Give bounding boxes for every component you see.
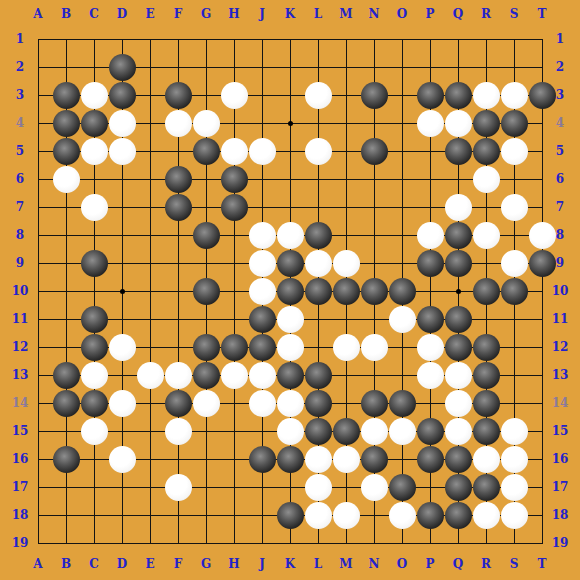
board-point-J18[interactable]: [248, 501, 276, 529]
board-point-D10[interactable]: [108, 277, 136, 305]
board-point-R10[interactable]: [472, 277, 500, 305]
board-point-G10[interactable]: [192, 277, 220, 305]
board-point-F8[interactable]: [164, 221, 192, 249]
board-point-N14[interactable]: [360, 389, 388, 417]
board-point-H1[interactable]: [220, 25, 248, 53]
board-point-E17[interactable]: [136, 473, 164, 501]
board-point-B7[interactable]: [52, 193, 80, 221]
board-point-C2[interactable]: [80, 53, 108, 81]
board-point-M11[interactable]: [332, 305, 360, 333]
board-point-G15[interactable]: [192, 417, 220, 445]
board-point-J10[interactable]: [248, 277, 276, 305]
board-point-B8[interactable]: [52, 221, 80, 249]
board-point-L4[interactable]: [304, 109, 332, 137]
board-point-M6[interactable]: [332, 165, 360, 193]
board-point-L12[interactable]: [304, 333, 332, 361]
board-point-J4[interactable]: [248, 109, 276, 137]
board-point-K18[interactable]: [276, 501, 304, 529]
board-point-L6[interactable]: [304, 165, 332, 193]
board-point-E3[interactable]: [136, 81, 164, 109]
board-point-M17[interactable]: [332, 473, 360, 501]
board-point-B9[interactable]: [52, 249, 80, 277]
board-point-B4[interactable]: [52, 109, 80, 137]
board-point-K13[interactable]: [276, 361, 304, 389]
board-point-B3[interactable]: [52, 81, 80, 109]
board-point-G1[interactable]: [192, 25, 220, 53]
board-point-O11[interactable]: [388, 305, 416, 333]
board-point-L3[interactable]: [304, 81, 332, 109]
board-point-Q13[interactable]: [444, 361, 472, 389]
board-point-P6[interactable]: [416, 165, 444, 193]
board-point-N13[interactable]: [360, 361, 388, 389]
board-point-K15[interactable]: [276, 417, 304, 445]
board-point-F12[interactable]: [164, 333, 192, 361]
board-point-P7[interactable]: [416, 193, 444, 221]
board-point-J11[interactable]: [248, 305, 276, 333]
board-point-B5[interactable]: [52, 137, 80, 165]
board-point-B2[interactable]: [52, 53, 80, 81]
board-point-C7[interactable]: [80, 193, 108, 221]
board-point-N8[interactable]: [360, 221, 388, 249]
board-point-K6[interactable]: [276, 165, 304, 193]
board-point-K3[interactable]: [276, 81, 304, 109]
board-point-G5[interactable]: [192, 137, 220, 165]
board-point-D3[interactable]: [108, 81, 136, 109]
board-point-M5[interactable]: [332, 137, 360, 165]
board-point-G13[interactable]: [192, 361, 220, 389]
board-point-O18[interactable]: [388, 501, 416, 529]
board-point-C11[interactable]: [80, 305, 108, 333]
board-point-N10[interactable]: [360, 277, 388, 305]
board-point-S10[interactable]: [500, 277, 528, 305]
board-point-N5[interactable]: [360, 137, 388, 165]
board-point-C6[interactable]: [80, 165, 108, 193]
board-point-H9[interactable]: [220, 249, 248, 277]
board-point-R18[interactable]: [472, 501, 500, 529]
board-point-Q1[interactable]: [444, 25, 472, 53]
board-point-R16[interactable]: [472, 445, 500, 473]
board-point-J13[interactable]: [248, 361, 276, 389]
board-point-H14[interactable]: [220, 389, 248, 417]
board-point-N17[interactable]: [360, 473, 388, 501]
board-point-P12[interactable]: [416, 333, 444, 361]
board-point-R1[interactable]: [472, 25, 500, 53]
board-point-Q9[interactable]: [444, 249, 472, 277]
board-point-F10[interactable]: [164, 277, 192, 305]
board-point-C16[interactable]: [80, 445, 108, 473]
board-point-C5[interactable]: [80, 137, 108, 165]
board-point-J8[interactable]: [248, 221, 276, 249]
board-point-D4[interactable]: [108, 109, 136, 137]
board-point-N9[interactable]: [360, 249, 388, 277]
board-point-S2[interactable]: [500, 53, 528, 81]
board-point-K16[interactable]: [276, 445, 304, 473]
board-point-K8[interactable]: [276, 221, 304, 249]
board-point-H7[interactable]: [220, 193, 248, 221]
board-point-E14[interactable]: [136, 389, 164, 417]
board-point-F6[interactable]: [164, 165, 192, 193]
board-point-J7[interactable]: [248, 193, 276, 221]
board-point-D9[interactable]: [108, 249, 136, 277]
board-point-S5[interactable]: [500, 137, 528, 165]
board-point-S3[interactable]: [500, 81, 528, 109]
board-point-E5[interactable]: [136, 137, 164, 165]
board-point-D6[interactable]: [108, 165, 136, 193]
board-point-D17[interactable]: [108, 473, 136, 501]
board-point-Q11[interactable]: [444, 305, 472, 333]
board-point-Q6[interactable]: [444, 165, 472, 193]
board-point-R8[interactable]: [472, 221, 500, 249]
board-point-N15[interactable]: [360, 417, 388, 445]
board-point-M2[interactable]: [332, 53, 360, 81]
board-point-G4[interactable]: [192, 109, 220, 137]
board-point-B16[interactable]: [52, 445, 80, 473]
board-point-B12[interactable]: [52, 333, 80, 361]
board-point-G8[interactable]: [192, 221, 220, 249]
board-point-L2[interactable]: [304, 53, 332, 81]
board-point-N1[interactable]: [360, 25, 388, 53]
board-point-H11[interactable]: [220, 305, 248, 333]
board-point-J17[interactable]: [248, 473, 276, 501]
board-point-E16[interactable]: [136, 445, 164, 473]
board-point-B10[interactable]: [52, 277, 80, 305]
board-point-H10[interactable]: [220, 277, 248, 305]
board-point-L14[interactable]: [304, 389, 332, 417]
board-point-E6[interactable]: [136, 165, 164, 193]
board-point-Q3[interactable]: [444, 81, 472, 109]
board-point-D7[interactable]: [108, 193, 136, 221]
board-point-P2[interactable]: [416, 53, 444, 81]
board-point-D18[interactable]: [108, 501, 136, 529]
board-point-F16[interactable]: [164, 445, 192, 473]
board-point-B18[interactable]: [52, 501, 80, 529]
board-point-R3[interactable]: [472, 81, 500, 109]
board-point-M14[interactable]: [332, 389, 360, 417]
board-point-F1[interactable]: [164, 25, 192, 53]
board-point-G17[interactable]: [192, 473, 220, 501]
board-point-H6[interactable]: [220, 165, 248, 193]
board-point-Q2[interactable]: [444, 53, 472, 81]
board-point-G14[interactable]: [192, 389, 220, 417]
board-point-K2[interactable]: [276, 53, 304, 81]
board-point-H15[interactable]: [220, 417, 248, 445]
board-point-P3[interactable]: [416, 81, 444, 109]
board-point-C9[interactable]: [80, 249, 108, 277]
board-point-K14[interactable]: [276, 389, 304, 417]
board-point-C12[interactable]: [80, 333, 108, 361]
board-point-F3[interactable]: [164, 81, 192, 109]
board-point-B6[interactable]: [52, 165, 80, 193]
board-point-M1[interactable]: [332, 25, 360, 53]
board-point-F13[interactable]: [164, 361, 192, 389]
board-point-L8[interactable]: [304, 221, 332, 249]
board-point-P17[interactable]: [416, 473, 444, 501]
board-point-O9[interactable]: [388, 249, 416, 277]
board-point-O8[interactable]: [388, 221, 416, 249]
board-point-H2[interactable]: [220, 53, 248, 81]
board-point-E1[interactable]: [136, 25, 164, 53]
board-point-N6[interactable]: [360, 165, 388, 193]
board-point-O3[interactable]: [388, 81, 416, 109]
board-point-N12[interactable]: [360, 333, 388, 361]
board-point-C13[interactable]: [80, 361, 108, 389]
board-point-J15[interactable]: [248, 417, 276, 445]
board-point-R15[interactable]: [472, 417, 500, 445]
board-point-J1[interactable]: [248, 25, 276, 53]
board-point-O4[interactable]: [388, 109, 416, 137]
board-point-K9[interactable]: [276, 249, 304, 277]
board-point-Q18[interactable]: [444, 501, 472, 529]
board-point-L11[interactable]: [304, 305, 332, 333]
board-point-C3[interactable]: [80, 81, 108, 109]
board-point-M8[interactable]: [332, 221, 360, 249]
board-point-D15[interactable]: [108, 417, 136, 445]
board-point-K17[interactable]: [276, 473, 304, 501]
board-point-D12[interactable]: [108, 333, 136, 361]
board-point-Q16[interactable]: [444, 445, 472, 473]
board-point-C18[interactable]: [80, 501, 108, 529]
board-point-C8[interactable]: [80, 221, 108, 249]
board-point-D13[interactable]: [108, 361, 136, 389]
board-point-O6[interactable]: [388, 165, 416, 193]
board-point-S4[interactable]: [500, 109, 528, 137]
board-point-H18[interactable]: [220, 501, 248, 529]
board-point-B15[interactable]: [52, 417, 80, 445]
board-point-M15[interactable]: [332, 417, 360, 445]
board-point-L16[interactable]: [304, 445, 332, 473]
board-point-G18[interactable]: [192, 501, 220, 529]
board-point-S17[interactable]: [500, 473, 528, 501]
board-point-Q15[interactable]: [444, 417, 472, 445]
board-point-M12[interactable]: [332, 333, 360, 361]
board-point-B1[interactable]: [52, 25, 80, 53]
board-point-L15[interactable]: [304, 417, 332, 445]
board-point-M18[interactable]: [332, 501, 360, 529]
board-point-K1[interactable]: [276, 25, 304, 53]
board-point-Q4[interactable]: [444, 109, 472, 137]
board-point-S14[interactable]: [500, 389, 528, 417]
board-point-L1[interactable]: [304, 25, 332, 53]
board-point-R6[interactable]: [472, 165, 500, 193]
board-point-E13[interactable]: [136, 361, 164, 389]
board-point-O14[interactable]: [388, 389, 416, 417]
board-point-D2[interactable]: [108, 53, 136, 81]
board-point-K11[interactable]: [276, 305, 304, 333]
board-point-F5[interactable]: [164, 137, 192, 165]
board-point-M4[interactable]: [332, 109, 360, 137]
board-point-S1[interactable]: [500, 25, 528, 53]
board-point-E9[interactable]: [136, 249, 164, 277]
board-point-L10[interactable]: [304, 277, 332, 305]
board-point-O2[interactable]: [388, 53, 416, 81]
board-point-G6[interactable]: [192, 165, 220, 193]
board-point-C17[interactable]: [80, 473, 108, 501]
board-point-K12[interactable]: [276, 333, 304, 361]
board-point-P5[interactable]: [416, 137, 444, 165]
board-point-E10[interactable]: [136, 277, 164, 305]
board-point-J9[interactable]: [248, 249, 276, 277]
board-point-H5[interactable]: [220, 137, 248, 165]
board-point-S8[interactable]: [500, 221, 528, 249]
board-point-F9[interactable]: [164, 249, 192, 277]
board-point-S9[interactable]: [500, 249, 528, 277]
board-point-R11[interactable]: [472, 305, 500, 333]
board-point-J16[interactable]: [248, 445, 276, 473]
board-point-F18[interactable]: [164, 501, 192, 529]
board-point-L18[interactable]: [304, 501, 332, 529]
board-point-O5[interactable]: [388, 137, 416, 165]
board-point-R13[interactable]: [472, 361, 500, 389]
board-point-Q17[interactable]: [444, 473, 472, 501]
board-point-M16[interactable]: [332, 445, 360, 473]
board-point-G11[interactable]: [192, 305, 220, 333]
board-point-R17[interactable]: [472, 473, 500, 501]
board-point-G7[interactable]: [192, 193, 220, 221]
board-point-O10[interactable]: [388, 277, 416, 305]
board-point-R4[interactable]: [472, 109, 500, 137]
board-point-J2[interactable]: [248, 53, 276, 81]
board-point-F14[interactable]: [164, 389, 192, 417]
board-point-L13[interactable]: [304, 361, 332, 389]
board-point-E11[interactable]: [136, 305, 164, 333]
board-point-C4[interactable]: [80, 109, 108, 137]
board-point-D14[interactable]: [108, 389, 136, 417]
board-point-G16[interactable]: [192, 445, 220, 473]
board-point-D1[interactable]: [108, 25, 136, 53]
board-point-R5[interactable]: [472, 137, 500, 165]
board-point-O17[interactable]: [388, 473, 416, 501]
board-point-O1[interactable]: [388, 25, 416, 53]
board-point-Q12[interactable]: [444, 333, 472, 361]
board-point-R9[interactable]: [472, 249, 500, 277]
board-point-O13[interactable]: [388, 361, 416, 389]
board-point-N7[interactable]: [360, 193, 388, 221]
board-point-L7[interactable]: [304, 193, 332, 221]
board-point-H4[interactable]: [220, 109, 248, 137]
board-point-D8[interactable]: [108, 221, 136, 249]
board-point-G3[interactable]: [192, 81, 220, 109]
board-point-O7[interactable]: [388, 193, 416, 221]
board-point-K10[interactable]: [276, 277, 304, 305]
board-point-G12[interactable]: [192, 333, 220, 361]
board-point-L9[interactable]: [304, 249, 332, 277]
board-point-M3[interactable]: [332, 81, 360, 109]
board-point-P8[interactable]: [416, 221, 444, 249]
board-point-K4[interactable]: [276, 109, 304, 137]
board-point-E18[interactable]: [136, 501, 164, 529]
board-point-N18[interactable]: [360, 501, 388, 529]
board-point-S16[interactable]: [500, 445, 528, 473]
board-point-F4[interactable]: [164, 109, 192, 137]
board-point-M10[interactable]: [332, 277, 360, 305]
board-point-F2[interactable]: [164, 53, 192, 81]
board-point-P15[interactable]: [416, 417, 444, 445]
board-point-P9[interactable]: [416, 249, 444, 277]
board-point-D5[interactable]: [108, 137, 136, 165]
board-point-S6[interactable]: [500, 165, 528, 193]
board-point-M9[interactable]: [332, 249, 360, 277]
board-point-R7[interactable]: [472, 193, 500, 221]
board-point-E8[interactable]: [136, 221, 164, 249]
board-point-S11[interactable]: [500, 305, 528, 333]
board-point-Q7[interactable]: [444, 193, 472, 221]
board-point-F7[interactable]: [164, 193, 192, 221]
board-point-C14[interactable]: [80, 389, 108, 417]
board-point-P16[interactable]: [416, 445, 444, 473]
board-point-C15[interactable]: [80, 417, 108, 445]
board-point-R2[interactable]: [472, 53, 500, 81]
board-point-B17[interactable]: [52, 473, 80, 501]
board-point-Q10[interactable]: [444, 277, 472, 305]
board-point-N11[interactable]: [360, 305, 388, 333]
board-point-P4[interactable]: [416, 109, 444, 137]
board-point-R14[interactable]: [472, 389, 500, 417]
board-point-P13[interactable]: [416, 361, 444, 389]
board-point-H12[interactable]: [220, 333, 248, 361]
board-point-N3[interactable]: [360, 81, 388, 109]
board-point-J3[interactable]: [248, 81, 276, 109]
board-point-S18[interactable]: [500, 501, 528, 529]
board-point-F11[interactable]: [164, 305, 192, 333]
board-point-G2[interactable]: [192, 53, 220, 81]
board-point-K5[interactable]: [276, 137, 304, 165]
board-point-D11[interactable]: [108, 305, 136, 333]
board-point-O15[interactable]: [388, 417, 416, 445]
board-point-H16[interactable]: [220, 445, 248, 473]
board-point-Q5[interactable]: [444, 137, 472, 165]
board-point-N2[interactable]: [360, 53, 388, 81]
board-point-B13[interactable]: [52, 361, 80, 389]
board-point-K7[interactable]: [276, 193, 304, 221]
board-point-L17[interactable]: [304, 473, 332, 501]
board-point-O12[interactable]: [388, 333, 416, 361]
board-point-R12[interactable]: [472, 333, 500, 361]
board-point-S13[interactable]: [500, 361, 528, 389]
board-point-B14[interactable]: [52, 389, 80, 417]
board-point-E7[interactable]: [136, 193, 164, 221]
board-point-P18[interactable]: [416, 501, 444, 529]
board-point-H3[interactable]: [220, 81, 248, 109]
board-point-J5[interactable]: [248, 137, 276, 165]
board-point-J14[interactable]: [248, 389, 276, 417]
board-point-H13[interactable]: [220, 361, 248, 389]
board-point-C1[interactable]: [80, 25, 108, 53]
board-point-J12[interactable]: [248, 333, 276, 361]
board-point-P14[interactable]: [416, 389, 444, 417]
board-point-B11[interactable]: [52, 305, 80, 333]
board-point-F15[interactable]: [164, 417, 192, 445]
board-point-S12[interactable]: [500, 333, 528, 361]
board-point-E15[interactable]: [136, 417, 164, 445]
board-point-Q8[interactable]: [444, 221, 472, 249]
board-point-M7[interactable]: [332, 193, 360, 221]
board-point-H17[interactable]: [220, 473, 248, 501]
board-point-Q14[interactable]: [444, 389, 472, 417]
board-point-F17[interactable]: [164, 473, 192, 501]
board-point-S15[interactable]: [500, 417, 528, 445]
board-point-J6[interactable]: [248, 165, 276, 193]
board-point-G9[interactable]: [192, 249, 220, 277]
board-point-N16[interactable]: [360, 445, 388, 473]
board-point-E2[interactable]: [136, 53, 164, 81]
board-point-M13[interactable]: [332, 361, 360, 389]
board-point-H8[interactable]: [220, 221, 248, 249]
board-point-P1[interactable]: [416, 25, 444, 53]
board-point-L5[interactable]: [304, 137, 332, 165]
board-point-E12[interactable]: [136, 333, 164, 361]
board-point-C10[interactable]: [80, 277, 108, 305]
board-point-E4[interactable]: [136, 109, 164, 137]
